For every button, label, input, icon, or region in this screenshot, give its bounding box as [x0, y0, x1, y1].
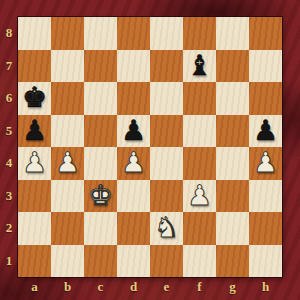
white-pawn-a4: ♟ — [18, 147, 51, 180]
square-g5[interactable] — [216, 115, 249, 148]
square-h2[interactable] — [249, 212, 282, 245]
file-label-h: h — [249, 278, 282, 300]
square-f2[interactable] — [183, 212, 216, 245]
square-g8[interactable] — [216, 17, 249, 50]
square-d2[interactable] — [117, 212, 150, 245]
white-knight-e2: ♞ — [150, 212, 183, 245]
rank-label-6: 6 — [0, 82, 18, 115]
square-b4[interactable]: ♟ — [51, 147, 84, 180]
square-d4[interactable]: ♟ — [117, 147, 150, 180]
square-f1[interactable] — [183, 245, 216, 278]
square-g6[interactable] — [216, 82, 249, 115]
square-e4[interactable] — [150, 147, 183, 180]
square-h4[interactable]: ♟ — [249, 147, 282, 180]
file-label-f: f — [183, 278, 216, 300]
square-e1[interactable] — [150, 245, 183, 278]
rank-labels: 87654321 — [0, 17, 18, 277]
square-c6[interactable] — [84, 82, 117, 115]
square-a5[interactable]: ♟ — [18, 115, 51, 148]
square-c5[interactable] — [84, 115, 117, 148]
square-f3[interactable]: ♟ — [183, 180, 216, 213]
black-pawn-d5: ♟ — [117, 115, 150, 148]
black-pawn-a5: ♟ — [18, 115, 51, 148]
square-b8[interactable] — [51, 17, 84, 50]
square-c3[interactable]: ♚ — [84, 180, 117, 213]
file-label-a: a — [18, 278, 51, 300]
square-d3[interactable] — [117, 180, 150, 213]
square-a1[interactable] — [18, 245, 51, 278]
square-a6[interactable]: ♚ — [18, 82, 51, 115]
black-pawn-h5: ♟ — [249, 115, 282, 148]
square-b2[interactable] — [51, 212, 84, 245]
square-b3[interactable] — [51, 180, 84, 213]
square-g3[interactable] — [216, 180, 249, 213]
square-e7[interactable] — [150, 50, 183, 83]
square-e3[interactable] — [150, 180, 183, 213]
square-h8[interactable] — [249, 17, 282, 50]
square-d1[interactable] — [117, 245, 150, 278]
white-pawn-d4: ♟ — [117, 147, 150, 180]
white-pawn-h4: ♟ — [249, 147, 282, 180]
file-label-c: c — [84, 278, 117, 300]
square-b5[interactable] — [51, 115, 84, 148]
square-a7[interactable] — [18, 50, 51, 83]
square-d5[interactable]: ♟ — [117, 115, 150, 148]
chess-board: ♝♚♟♟♟♟♟♟♟♚♟♞ — [18, 17, 282, 277]
white-king-c3: ♚ — [84, 180, 117, 213]
square-e2[interactable]: ♞ — [150, 212, 183, 245]
rank-label-4: 4 — [0, 147, 18, 180]
rank-label-1: 1 — [0, 245, 18, 278]
rank-label-7: 7 — [0, 50, 18, 83]
square-c7[interactable] — [84, 50, 117, 83]
black-king-a6: ♚ — [18, 82, 51, 115]
file-label-d: d — [117, 278, 150, 300]
square-c8[interactable] — [84, 17, 117, 50]
square-d8[interactable] — [117, 17, 150, 50]
square-c1[interactable] — [84, 245, 117, 278]
square-f7[interactable]: ♝ — [183, 50, 216, 83]
square-g4[interactable] — [216, 147, 249, 180]
square-f5[interactable] — [183, 115, 216, 148]
square-h3[interactable] — [249, 180, 282, 213]
square-a4[interactable]: ♟ — [18, 147, 51, 180]
square-g2[interactable] — [216, 212, 249, 245]
rank-label-5: 5 — [0, 115, 18, 148]
square-f8[interactable] — [183, 17, 216, 50]
square-h5[interactable]: ♟ — [249, 115, 282, 148]
file-label-b: b — [51, 278, 84, 300]
square-d7[interactable] — [117, 50, 150, 83]
square-g1[interactable] — [216, 245, 249, 278]
file-labels: abcdefgh — [18, 278, 282, 300]
white-pawn-b4: ♟ — [51, 147, 84, 180]
black-bishop-f7: ♝ — [183, 50, 216, 83]
square-h7[interactable] — [249, 50, 282, 83]
file-label-g: g — [216, 278, 249, 300]
square-b7[interactable] — [51, 50, 84, 83]
square-f4[interactable] — [183, 147, 216, 180]
white-pawn-f3: ♟ — [183, 180, 216, 213]
square-f6[interactable] — [183, 82, 216, 115]
square-a8[interactable] — [18, 17, 51, 50]
square-g7[interactable] — [216, 50, 249, 83]
square-h6[interactable] — [249, 82, 282, 115]
square-c4[interactable] — [84, 147, 117, 180]
square-c2[interactable] — [84, 212, 117, 245]
square-h1[interactable] — [249, 245, 282, 278]
rank-label-8: 8 — [0, 17, 18, 50]
square-e5[interactable] — [150, 115, 183, 148]
square-d6[interactable] — [117, 82, 150, 115]
rank-label-2: 2 — [0, 212, 18, 245]
square-a3[interactable] — [18, 180, 51, 213]
rank-label-3: 3 — [0, 180, 18, 213]
square-b1[interactable] — [51, 245, 84, 278]
square-a2[interactable] — [18, 212, 51, 245]
square-e6[interactable] — [150, 82, 183, 115]
square-b6[interactable] — [51, 82, 84, 115]
chess-diagram: 87654321 ♝♚♟♟♟♟♟♟♟♚♟♞ abcdefgh — [0, 0, 300, 300]
square-e8[interactable] — [150, 17, 183, 50]
file-label-e: e — [150, 278, 183, 300]
